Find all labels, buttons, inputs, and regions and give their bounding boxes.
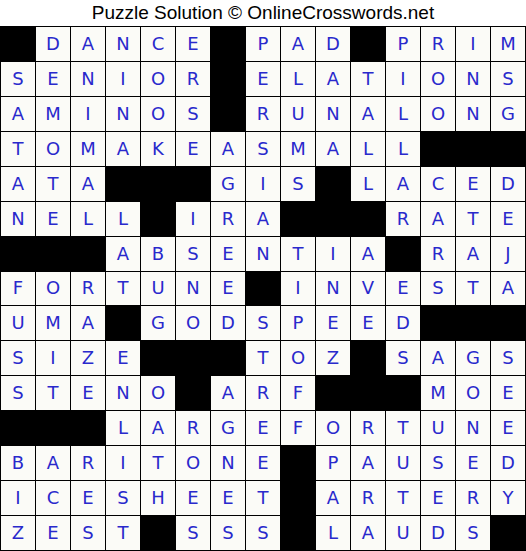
letter-cell: R	[71, 446, 105, 480]
letter-cell: R	[386, 202, 420, 236]
letter-cell: A	[351, 237, 385, 271]
letter-cell: N	[456, 97, 490, 131]
letter-cell: U	[281, 97, 315, 131]
letter-cell: R	[421, 237, 455, 271]
letter-cell: I	[1, 481, 35, 515]
letter-cell: A	[351, 516, 385, 550]
block-cell	[176, 341, 210, 375]
letter-cell: S	[491, 62, 525, 96]
block-cell	[36, 411, 70, 445]
letter-cell: O	[141, 97, 175, 131]
letter-cell: S	[176, 237, 210, 271]
block-cell	[211, 62, 245, 96]
block-cell	[71, 237, 105, 271]
letter-cell: N	[106, 376, 140, 410]
letter-cell: N	[246, 237, 280, 271]
letter-cell: R	[246, 376, 280, 410]
letter-cell: O	[36, 132, 70, 166]
letter-cell: Z	[1, 516, 35, 550]
letter-cell: S	[1, 341, 35, 375]
letter-cell: A	[386, 167, 420, 201]
letter-cell: U	[421, 411, 455, 445]
block-cell	[211, 341, 245, 375]
letter-cell: N	[456, 62, 490, 96]
letter-cell: C	[36, 481, 70, 515]
letter-cell: Z	[71, 341, 105, 375]
letter-cell: N	[456, 411, 490, 445]
block-cell	[1, 411, 35, 445]
letter-cell: E	[211, 237, 245, 271]
letter-cell: N	[106, 27, 140, 61]
block-cell	[281, 516, 315, 550]
block-cell	[456, 306, 490, 340]
letter-cell: U	[386, 516, 420, 550]
letter-cell: D	[491, 446, 525, 480]
letter-cell: N	[316, 97, 350, 131]
letter-cell: F	[281, 376, 315, 410]
letter-cell: G	[456, 341, 490, 375]
letter-cell: M	[71, 132, 105, 166]
letter-cell: M	[491, 27, 525, 61]
letter-cell: U	[386, 446, 420, 480]
letter-cell: O	[421, 97, 455, 131]
block-cell	[141, 341, 175, 375]
letter-cell: I	[316, 237, 350, 271]
letter-cell: S	[491, 341, 525, 375]
block-cell	[176, 376, 210, 410]
letter-cell: A	[211, 132, 245, 166]
letter-cell: A	[281, 27, 315, 61]
letter-cell: B	[141, 237, 175, 271]
letter-cell: Z	[316, 341, 350, 375]
letter-cell: S	[421, 446, 455, 480]
letter-cell: N	[106, 97, 140, 131]
letter-cell: E	[246, 62, 280, 96]
letter-cell: I	[456, 27, 490, 61]
letter-cell: R	[456, 481, 490, 515]
letter-cell: E	[211, 272, 245, 306]
letter-cell: S	[71, 516, 105, 550]
letter-cell: M	[36, 306, 70, 340]
letter-cell: S	[211, 516, 245, 550]
letter-cell: T	[246, 341, 280, 375]
block-cell	[71, 411, 105, 445]
block-cell	[141, 202, 175, 236]
letter-cell: N	[211, 446, 245, 480]
letter-cell: N	[1, 202, 35, 236]
letter-cell: O	[176, 446, 210, 480]
letter-cell: A	[211, 376, 245, 410]
letter-cell: E	[351, 306, 385, 340]
letter-cell: I	[106, 446, 140, 480]
letter-cell: E	[491, 202, 525, 236]
letter-cell: U	[141, 272, 175, 306]
letter-cell: E	[36, 516, 70, 550]
letter-cell: G	[141, 306, 175, 340]
letter-cell: H	[141, 481, 175, 515]
letter-cell: S	[456, 516, 490, 550]
letter-cell: A	[141, 411, 175, 445]
letter-cell: O	[176, 306, 210, 340]
letter-cell: E	[106, 341, 140, 375]
letter-cell: E	[176, 27, 210, 61]
letter-cell: A	[71, 27, 105, 61]
letter-cell: A	[71, 167, 105, 201]
block-cell	[211, 27, 245, 61]
letter-cell: S	[281, 167, 315, 201]
letter-cell: L	[71, 202, 105, 236]
letter-cell: R	[211, 202, 245, 236]
letter-cell: A	[1, 167, 35, 201]
letter-cell: I	[71, 97, 105, 131]
block-cell	[421, 132, 455, 166]
letter-cell: A	[421, 202, 455, 236]
letter-cell: G	[491, 97, 525, 131]
letter-cell: E	[176, 481, 210, 515]
letter-cell: S	[246, 516, 280, 550]
block-cell	[281, 202, 315, 236]
letter-cell: B	[1, 446, 35, 480]
letter-cell: P	[246, 27, 280, 61]
letter-cell: A	[71, 306, 105, 340]
letter-cell: E	[316, 306, 350, 340]
letter-cell: E	[456, 167, 490, 201]
letter-cell: A	[316, 62, 350, 96]
letter-cell: O	[316, 411, 350, 445]
block-cell	[281, 446, 315, 480]
letter-cell: E	[246, 446, 280, 480]
letter-cell: I	[36, 341, 70, 375]
letter-cell: O	[36, 272, 70, 306]
block-cell	[491, 516, 525, 550]
letter-cell: A	[351, 97, 385, 131]
letter-cell: F	[281, 411, 315, 445]
letter-cell: E	[71, 481, 105, 515]
block-cell	[351, 202, 385, 236]
block-cell	[316, 376, 350, 410]
letter-cell: E	[456, 446, 490, 480]
letter-cell: T	[281, 237, 315, 271]
block-cell	[316, 202, 350, 236]
block-cell	[491, 132, 525, 166]
letter-cell: S	[176, 97, 210, 131]
letter-cell: E	[36, 202, 70, 236]
letter-cell: S	[176, 516, 210, 550]
letter-cell: Y	[491, 481, 525, 515]
letter-cell: T	[36, 167, 70, 201]
letter-cell: T	[456, 272, 490, 306]
crossword-solution-page: Puzzle Solution © OnlineCrosswords.net D…	[0, 0, 526, 551]
letter-cell: R	[421, 27, 455, 61]
letter-cell: A	[36, 446, 70, 480]
letter-cell: D	[386, 306, 420, 340]
letter-cell: T	[106, 272, 140, 306]
block-cell	[211, 97, 245, 131]
letter-cell: S	[106, 481, 140, 515]
letter-cell: T	[386, 481, 420, 515]
letter-cell: A	[316, 481, 350, 515]
letter-cell: S	[246, 132, 280, 166]
letter-cell: L	[316, 516, 350, 550]
letter-cell: T	[351, 62, 385, 96]
letter-cell: D	[316, 27, 350, 61]
letter-cell: T	[106, 516, 140, 550]
letter-cell: N	[71, 62, 105, 96]
block-cell	[386, 237, 420, 271]
letter-cell: L	[351, 167, 385, 201]
letter-cell: E	[176, 132, 210, 166]
page-title: Puzzle Solution © OnlineCrosswords.net	[0, 0, 526, 26]
letter-cell: D	[421, 516, 455, 550]
letter-cell: A	[456, 237, 490, 271]
block-cell	[106, 167, 140, 201]
letter-cell: C	[421, 167, 455, 201]
block-cell	[141, 167, 175, 201]
letter-cell: E	[71, 376, 105, 410]
letter-cell: J	[491, 237, 525, 271]
letter-cell: G	[211, 167, 245, 201]
letter-cell: S	[246, 306, 280, 340]
letter-cell: M	[36, 97, 70, 131]
letter-cell: E	[421, 481, 455, 515]
letter-cell: R	[246, 97, 280, 131]
letter-cell: F	[1, 272, 35, 306]
letter-cell: M	[421, 376, 455, 410]
letter-cell: P	[316, 446, 350, 480]
block-cell	[176, 167, 210, 201]
letter-cell: A	[316, 132, 350, 166]
letter-cell: R	[71, 272, 105, 306]
letter-cell: O	[456, 376, 490, 410]
letter-cell: O	[141, 62, 175, 96]
letter-cell: K	[141, 132, 175, 166]
letter-cell: L	[351, 132, 385, 166]
block-cell	[421, 306, 455, 340]
letter-cell: L	[281, 62, 315, 96]
letter-cell: R	[176, 411, 210, 445]
letter-cell: I	[246, 167, 280, 201]
letter-cell: P	[386, 27, 420, 61]
letter-cell: E	[386, 272, 420, 306]
block-cell	[456, 132, 490, 166]
letter-cell: E	[491, 411, 525, 445]
letter-cell: A	[491, 272, 525, 306]
letter-cell: O	[421, 62, 455, 96]
letter-cell: L	[386, 97, 420, 131]
letter-cell: A	[106, 237, 140, 271]
block-cell	[281, 481, 315, 515]
letter-cell: M	[281, 132, 315, 166]
letter-cell: I	[386, 62, 420, 96]
letter-cell: E	[491, 376, 525, 410]
letter-cell: T	[386, 411, 420, 445]
letter-cell: S	[1, 376, 35, 410]
letter-cell: I	[106, 62, 140, 96]
crossword-grid: DANCEPADPRIMSENIORELATIONSAMINOSRUNALONG…	[0, 26, 526, 551]
letter-cell: D	[211, 306, 245, 340]
letter-cell: A	[421, 341, 455, 375]
letter-cell: I	[176, 202, 210, 236]
letter-cell: E	[36, 62, 70, 96]
block-cell	[386, 376, 420, 410]
letter-cell: L	[386, 132, 420, 166]
letter-cell: A	[351, 446, 385, 480]
letter-cell: U	[1, 306, 35, 340]
letter-cell: O	[141, 376, 175, 410]
block-cell	[141, 516, 175, 550]
letter-cell: I	[281, 272, 315, 306]
letter-cell: E	[246, 411, 280, 445]
letter-cell: A	[106, 132, 140, 166]
letter-cell: R	[351, 481, 385, 515]
letter-cell: L	[106, 411, 140, 445]
letter-cell: T	[246, 481, 280, 515]
letter-cell: D	[36, 27, 70, 61]
letter-cell: N	[316, 272, 350, 306]
letter-cell: T	[141, 446, 175, 480]
letter-cell: S	[386, 341, 420, 375]
block-cell	[351, 341, 385, 375]
block-cell	[316, 167, 350, 201]
letter-cell: R	[176, 62, 210, 96]
letter-cell: A	[1, 97, 35, 131]
block-cell	[246, 272, 280, 306]
block-cell	[1, 27, 35, 61]
letter-cell: T	[1, 132, 35, 166]
letter-cell: O	[281, 341, 315, 375]
letter-cell: N	[176, 272, 210, 306]
letter-cell: T	[36, 376, 70, 410]
block-cell	[106, 306, 140, 340]
block-cell	[1, 237, 35, 271]
block-cell	[351, 376, 385, 410]
letter-cell: T	[456, 202, 490, 236]
letter-cell: S	[421, 272, 455, 306]
letter-cell: L	[106, 202, 140, 236]
letter-cell: P	[281, 306, 315, 340]
letter-cell: E	[211, 481, 245, 515]
letter-cell: V	[351, 272, 385, 306]
letter-cell: S	[1, 62, 35, 96]
block-cell	[351, 27, 385, 61]
letter-cell: R	[351, 411, 385, 445]
letter-cell: G	[211, 411, 245, 445]
letter-cell: C	[141, 27, 175, 61]
block-cell	[36, 237, 70, 271]
letter-cell: D	[491, 167, 525, 201]
block-cell	[491, 306, 525, 340]
letter-cell: A	[246, 202, 280, 236]
